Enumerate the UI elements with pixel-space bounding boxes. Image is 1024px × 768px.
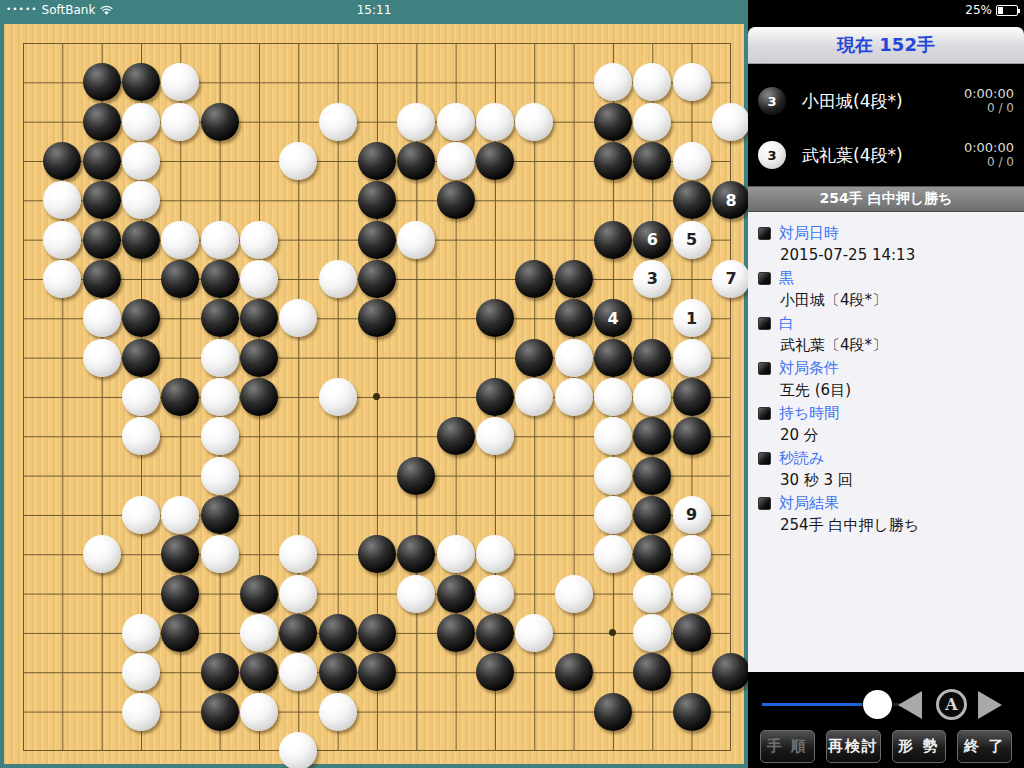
white-stone (83, 535, 121, 573)
white-stone (633, 103, 671, 141)
white-stone (201, 378, 239, 416)
white-stone (122, 378, 160, 416)
white-stone (161, 221, 199, 259)
moves-button[interactable]: 手 順 (760, 730, 815, 763)
white-player-periods: 0 / 0 (964, 155, 1014, 170)
black-stone (673, 378, 711, 416)
battery-percent: 25% (965, 3, 992, 17)
player-row-black: 3 小田城(4段*) 0:00:00 0 / 0 (758, 74, 1014, 128)
white-stone (437, 142, 475, 180)
white-stone (673, 142, 711, 180)
white-stone (83, 299, 121, 337)
black-stone (319, 614, 357, 652)
info-value: 30 秒 3 回 (758, 469, 1014, 491)
slider-thumb[interactable] (863, 690, 892, 719)
info-label: 白 (779, 314, 794, 333)
move-counter-header: 現在 152手 (748, 27, 1024, 64)
white-stone (83, 339, 121, 377)
info-item-conditions: 対局条件 互先 (6目) (758, 357, 1014, 401)
black-player-time: 0:00:00 (964, 86, 1014, 101)
black-stone (83, 260, 121, 298)
black-stone (358, 614, 396, 652)
white-stone (476, 103, 514, 141)
white-player-name: 武礼葉(4段*) (802, 144, 964, 167)
white-stone (240, 221, 278, 259)
white-stone (240, 614, 278, 652)
black-stone (201, 693, 239, 731)
white-stone (673, 63, 711, 101)
black-stone (83, 142, 121, 180)
black-stone (83, 103, 121, 141)
info-label: 持ち時間 (779, 404, 839, 423)
black-stone (594, 339, 632, 377)
white-stone-move-9: 9 (673, 496, 711, 534)
battery-icon (996, 5, 1018, 16)
black-stone (83, 63, 121, 101)
info-label: 対局条件 (779, 359, 839, 378)
info-value: 20 分 (758, 424, 1014, 446)
black-stone-move-8: 8 (712, 181, 750, 219)
white-stone (122, 614, 160, 652)
review-button[interactable]: 再検討 (826, 730, 881, 763)
black-stone (319, 653, 357, 691)
white-stone-move-5: 5 (673, 221, 711, 259)
go-board[interactable]: 86537419 (0, 20, 748, 768)
info-value: 武礼葉〔4段*〕 (758, 334, 1014, 356)
black-stone (673, 614, 711, 652)
white-stone (515, 103, 553, 141)
white-stone (201, 457, 239, 495)
white-stone (201, 221, 239, 259)
white-stone (397, 575, 435, 613)
white-stone (201, 339, 239, 377)
white-stone (594, 496, 632, 534)
black-stone (515, 339, 553, 377)
black-stone (673, 693, 711, 731)
black-stone (712, 653, 750, 691)
black-stone (437, 575, 475, 613)
white-stone (122, 496, 160, 534)
black-stone (240, 378, 278, 416)
black-stone-move-6: 6 (633, 221, 671, 259)
next-move-button[interactable] (978, 691, 1002, 719)
black-player-periods: 0 / 0 (964, 101, 1014, 116)
end-button[interactable]: 終 了 (957, 730, 1012, 763)
info-value: 254手 白中押し勝ち (758, 514, 1014, 536)
prev-move-button[interactable] (898, 691, 922, 719)
black-stone (437, 417, 475, 455)
white-stone (122, 103, 160, 141)
black-stone (240, 339, 278, 377)
black-stone (555, 653, 593, 691)
black-stone (594, 693, 632, 731)
bullet-icon (758, 317, 771, 330)
black-stone (633, 339, 671, 377)
white-stone (319, 260, 357, 298)
info-item-date: 対局日時 2015-07-25 14:13 (758, 222, 1014, 266)
info-label: 対局結果 (779, 494, 839, 513)
black-stone (397, 457, 435, 495)
white-stone (122, 693, 160, 731)
white-stone (673, 575, 711, 613)
white-stone (201, 417, 239, 455)
bullet-icon (758, 362, 771, 375)
players-section: 3 小田城(4段*) 0:00:00 0 / 0 3 武礼葉(4段*) 0:00… (748, 64, 1024, 186)
side-panel: 現在 152手 3 小田城(4段*) 0:00:00 0 / 0 3 武礼葉(4… (748, 20, 1024, 768)
white-stone (673, 535, 711, 573)
info-item-byoyomi: 秒読み 30 秒 3 回 (758, 447, 1014, 491)
info-list: 対局日時 2015-07-25 14:13 黒 小田城〔4段*〕 白 武礼葉〔4… (748, 212, 1024, 672)
info-value: 互先 (6目) (758, 379, 1014, 401)
clock: 15:11 (0, 3, 748, 17)
white-stone (201, 535, 239, 573)
black-stone (122, 339, 160, 377)
black-player-stone-icon: 3 (758, 87, 786, 115)
white-stone (555, 378, 593, 416)
white-stone (240, 693, 278, 731)
black-stone (358, 221, 396, 259)
black-player-name: 小田城(4段*) (802, 90, 964, 113)
black-stone (673, 181, 711, 219)
black-stone (476, 614, 514, 652)
white-stone-move-7: 7 (712, 260, 750, 298)
black-stone (594, 221, 632, 259)
black-stone (201, 260, 239, 298)
info-label: 秒読み (779, 449, 824, 468)
info-value: 小田城〔4段*〕 (758, 289, 1014, 311)
white-stone (712, 103, 750, 141)
white-stone (673, 339, 711, 377)
black-stone (358, 260, 396, 298)
black-stone (201, 299, 239, 337)
white-stone (594, 457, 632, 495)
black-stone (437, 614, 475, 652)
info-item-result: 対局結果 254手 白中押し勝ち (758, 492, 1014, 536)
info-item-white: 白 武礼葉〔4段*〕 (758, 312, 1014, 356)
black-stone (201, 496, 239, 534)
black-stone (358, 142, 396, 180)
white-stone (279, 575, 317, 613)
black-stone (437, 181, 475, 219)
black-stone (594, 103, 632, 141)
white-stone (437, 535, 475, 573)
board-wood: 86537419 (4, 24, 744, 764)
player-row-white: 3 武礼葉(4段*) 0:00:00 0 / 0 (758, 128, 1014, 182)
status-bar: ••••• SoftBank 15:11 25% (0, 0, 1024, 20)
status-button[interactable]: 形 勢 (892, 730, 947, 763)
white-stone (319, 693, 357, 731)
black-stone (476, 378, 514, 416)
bullet-icon (758, 497, 771, 510)
white-stone (555, 575, 593, 613)
white-player-time: 0:00:00 (964, 140, 1014, 155)
result-bar: 254手 白中押し勝ち (748, 186, 1024, 212)
white-stone (279, 732, 317, 768)
white-stone (122, 142, 160, 180)
bullet-icon (758, 272, 771, 285)
white-stone (319, 378, 357, 416)
black-stone (555, 260, 593, 298)
info-item-main-time: 持ち時間 20 分 (758, 402, 1014, 446)
white-stone (437, 103, 475, 141)
black-stone (83, 181, 121, 219)
black-stone (122, 221, 160, 259)
info-value: 2015-07-25 14:13 (758, 244, 1014, 266)
black-stone (201, 103, 239, 141)
white-player-stone-icon: 3 (758, 141, 786, 169)
white-stone (476, 575, 514, 613)
black-stone (594, 142, 632, 180)
white-stone (240, 260, 278, 298)
black-stone (201, 653, 239, 691)
white-stone (555, 339, 593, 377)
white-stone (161, 103, 199, 141)
white-stone (633, 575, 671, 613)
auto-play-button[interactable]: A (936, 689, 967, 720)
black-stone (673, 417, 711, 455)
white-stone (43, 221, 81, 259)
black-stone (83, 221, 121, 259)
bullet-icon (758, 452, 771, 465)
black-stone (633, 457, 671, 495)
bullet-icon (758, 227, 771, 240)
info-item-black: 黒 小田城〔4段*〕 (758, 267, 1014, 311)
playback-controls: A 手 順 再検討 形 勢 終 了 (748, 672, 1024, 768)
black-stone (161, 575, 199, 613)
bullet-icon (758, 407, 771, 420)
white-stone (319, 103, 357, 141)
black-stone (240, 575, 278, 613)
white-stone (397, 221, 435, 259)
white-stone (594, 378, 632, 416)
black-stone (476, 142, 514, 180)
info-label: 対局日時 (779, 224, 839, 243)
black-stone (555, 299, 593, 337)
white-stone-move-1: 1 (673, 299, 711, 337)
white-stone (397, 103, 435, 141)
info-label: 黒 (779, 269, 794, 288)
